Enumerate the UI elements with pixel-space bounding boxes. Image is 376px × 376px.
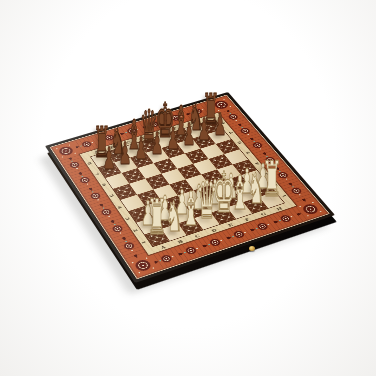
piece-black-pawn-f7: ♟ [182,120,195,151]
piece-white-rook-a1: ♜ [147,194,167,243]
piece-white-rook-h1: ♜ [262,156,282,205]
piece-black-pawn-h7: ♟ [213,110,226,141]
piece-black-pawn-c7: ♟ [135,134,148,165]
piece-black-pawn-g7: ♟ [198,115,211,146]
photo-background: AA11BB22CC33DD44EE55FF66GG77HH88 ♜♞♝♛♚♝♞… [0,0,376,376]
piece-black-pawn-d7: ♟ [151,129,164,160]
piece-white-bishop-c1: ♝ [181,185,200,232]
piece-white-knight-g1: ♞ [248,168,265,210]
piece-black-pawn-a7: ♟ [103,144,116,175]
piece-white-knight-b1: ♞ [165,196,182,238]
piece-black-pawn-b7: ♟ [119,139,132,170]
clasp [249,246,255,251]
piece-black-pawn-e7: ♟ [167,125,180,156]
